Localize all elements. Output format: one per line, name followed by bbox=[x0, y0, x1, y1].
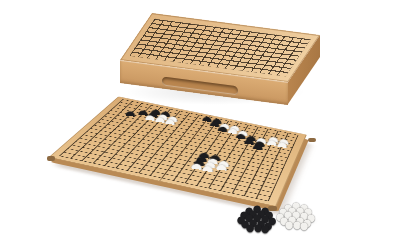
black-pile-stone[interactable]: ● bbox=[261, 224, 270, 233]
grid-cell[interactable] bbox=[178, 145, 191, 151]
grid-cell[interactable] bbox=[112, 148, 126, 154]
grid-cell[interactable] bbox=[143, 142, 157, 148]
board-foot bbox=[47, 156, 55, 161]
white-pile-stone[interactable]: ● bbox=[300, 221, 309, 230]
go-set-product-photo: ●●●●●●●●●●●●●●●●●●●●●●●●●●●●●●●●●●●●●● ●… bbox=[0, 0, 400, 240]
grid-cell[interactable] bbox=[101, 146, 115, 152]
grid-cell[interactable] bbox=[269, 156, 282, 162]
board-foot bbox=[308, 138, 316, 142]
case-handle-slot[interactable] bbox=[162, 77, 238, 96]
grid-cell[interactable] bbox=[90, 156, 105, 162]
grid-cell[interactable] bbox=[158, 126, 171, 131]
